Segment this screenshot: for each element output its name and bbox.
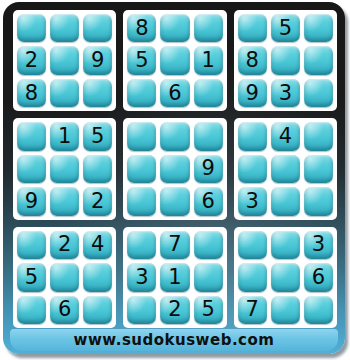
site-link[interactable]: www.sudokusweb.com — [10, 329, 338, 351]
cell-r2c7[interactable]: 8 — [238, 46, 267, 74]
cell-r6c6[interactable]: 6 — [194, 187, 223, 215]
cell-r8c2[interactable] — [50, 263, 79, 291]
cell-r5c7[interactable] — [238, 155, 267, 183]
cell-r5c9[interactable] — [304, 155, 333, 183]
cell-r3c1[interactable]: 8 — [17, 79, 46, 107]
cell-r4c3[interactable]: 5 — [83, 122, 112, 150]
sudoku-board-frame: 2988516589315929643245673125367 www.sudo… — [3, 2, 345, 354]
block-1-3: 5893 — [234, 10, 337, 111]
cell-r8c6[interactable] — [194, 263, 223, 291]
block-2-1: 1592 — [13, 118, 116, 219]
cell-r5c1[interactable] — [17, 155, 46, 183]
block-2-3: 43 — [234, 118, 337, 219]
cell-r5c6[interactable]: 9 — [194, 155, 223, 183]
cell-r1c7[interactable] — [238, 14, 267, 42]
cell-r4c8[interactable]: 4 — [271, 122, 300, 150]
cell-r3c3[interactable] — [83, 79, 112, 107]
cell-r2c1[interactable]: 2 — [17, 46, 46, 74]
cell-r1c4[interactable]: 8 — [127, 14, 156, 42]
cell-r2c2[interactable] — [50, 46, 79, 74]
cell-r1c2[interactable] — [50, 14, 79, 42]
cell-r2c9[interactable] — [304, 46, 333, 74]
cell-r5c8[interactable] — [271, 155, 300, 183]
cell-r7c1[interactable] — [17, 231, 46, 259]
cell-r4c2[interactable]: 1 — [50, 122, 79, 150]
cell-r7c9[interactable]: 3 — [304, 231, 333, 259]
block-3-1: 2456 — [13, 227, 116, 328]
block-2-2: 96 — [123, 118, 226, 219]
cell-r5c5[interactable] — [160, 155, 189, 183]
cell-r6c8[interactable] — [271, 187, 300, 215]
cell-r3c4[interactable] — [127, 79, 156, 107]
cell-r3c6[interactable] — [194, 79, 223, 107]
cell-r5c4[interactable] — [127, 155, 156, 183]
cell-r9c2[interactable]: 6 — [50, 296, 79, 324]
cell-r7c2[interactable]: 2 — [50, 231, 79, 259]
cell-r9c9[interactable] — [304, 296, 333, 324]
cell-r1c9[interactable] — [304, 14, 333, 42]
cell-r8c1[interactable]: 5 — [17, 263, 46, 291]
cell-r3c7[interactable]: 9 — [238, 79, 267, 107]
cell-r6c4[interactable] — [127, 187, 156, 215]
cell-r3c9[interactable] — [304, 79, 333, 107]
cell-r3c8[interactable]: 3 — [271, 79, 300, 107]
cell-r4c4[interactable] — [127, 122, 156, 150]
cell-r9c3[interactable] — [83, 296, 112, 324]
block-1-2: 8516 — [123, 10, 226, 111]
cell-r6c2[interactable] — [50, 187, 79, 215]
cell-r7c3[interactable]: 4 — [83, 231, 112, 259]
cell-r4c1[interactable] — [17, 122, 46, 150]
cell-r6c3[interactable]: 2 — [83, 187, 112, 215]
cell-r8c5[interactable]: 1 — [160, 263, 189, 291]
cell-r3c2[interactable] — [50, 79, 79, 107]
cell-r7c6[interactable] — [194, 231, 223, 259]
block-1-1: 298 — [13, 10, 116, 111]
cell-r4c6[interactable] — [194, 122, 223, 150]
cell-r4c9[interactable] — [304, 122, 333, 150]
cell-r1c5[interactable] — [160, 14, 189, 42]
cell-r8c4[interactable]: 3 — [127, 263, 156, 291]
cell-r6c7[interactable]: 3 — [238, 187, 267, 215]
cell-r7c7[interactable] — [238, 231, 267, 259]
cell-r6c5[interactable] — [160, 187, 189, 215]
cell-r9c5[interactable]: 2 — [160, 296, 189, 324]
cell-r1c6[interactable] — [194, 14, 223, 42]
cell-r4c7[interactable] — [238, 122, 267, 150]
cell-r7c4[interactable] — [127, 231, 156, 259]
cell-r8c7[interactable] — [238, 263, 267, 291]
cell-r5c3[interactable] — [83, 155, 112, 183]
cell-r2c4[interactable]: 5 — [127, 46, 156, 74]
cell-r9c7[interactable]: 7 — [238, 296, 267, 324]
cell-r2c5[interactable] — [160, 46, 189, 74]
cell-r9c4[interactable] — [127, 296, 156, 324]
cell-r1c3[interactable] — [83, 14, 112, 42]
cell-r6c1[interactable]: 9 — [17, 187, 46, 215]
block-3-3: 367 — [234, 227, 337, 328]
cell-r9c8[interactable] — [271, 296, 300, 324]
sudoku-grid: 2988516589315929643245673125367 — [13, 10, 337, 328]
cell-r8c3[interactable] — [83, 263, 112, 291]
cell-r9c6[interactable]: 5 — [194, 296, 223, 324]
cell-r8c9[interactable]: 6 — [304, 263, 333, 291]
cell-r3c5[interactable]: 6 — [160, 79, 189, 107]
cell-r6c9[interactable] — [304, 187, 333, 215]
cell-r2c3[interactable]: 9 — [83, 46, 112, 74]
block-3-2: 73125 — [123, 227, 226, 328]
cell-r7c5[interactable]: 7 — [160, 231, 189, 259]
cell-r5c2[interactable] — [50, 155, 79, 183]
cell-r2c6[interactable]: 1 — [194, 46, 223, 74]
cell-r2c8[interactable] — [271, 46, 300, 74]
cell-r1c8[interactable]: 5 — [271, 14, 300, 42]
cell-r8c8[interactable] — [271, 263, 300, 291]
cell-r9c1[interactable] — [17, 296, 46, 324]
cell-r4c5[interactable] — [160, 122, 189, 150]
cell-r7c8[interactable] — [271, 231, 300, 259]
cell-r1c1[interactable] — [17, 14, 46, 42]
